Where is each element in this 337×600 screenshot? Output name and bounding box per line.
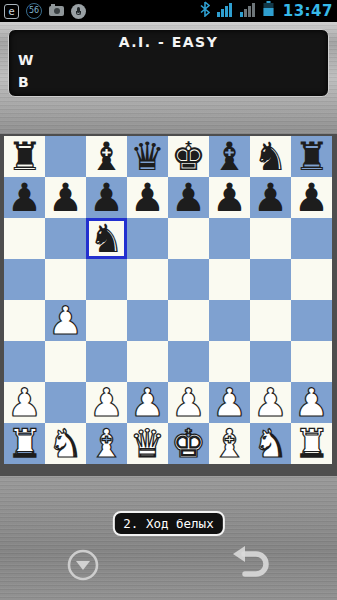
square-a7[interactable]: ♟ xyxy=(4,177,45,218)
black-p-piece: ♟ xyxy=(294,175,329,220)
white-b-piece: ♝ xyxy=(212,421,247,466)
white-moves-label: W xyxy=(18,52,33,68)
square-d7[interactable]: ♟ xyxy=(127,177,168,218)
square-f2[interactable]: ♟ xyxy=(209,382,250,423)
square-d6[interactable] xyxy=(127,218,168,259)
square-d1[interactable]: ♛ xyxy=(127,423,168,464)
square-f5[interactable] xyxy=(209,259,250,300)
white-p-piece: ♟ xyxy=(171,380,206,425)
black-b-piece: ♝ xyxy=(212,134,247,179)
square-c1[interactable]: ♝ xyxy=(86,423,127,464)
square-d5[interactable] xyxy=(127,259,168,300)
square-d2[interactable]: ♟ xyxy=(127,382,168,423)
square-a3[interactable] xyxy=(4,341,45,382)
black-p-piece: ♟ xyxy=(212,175,247,220)
e-app-icon: e xyxy=(4,4,19,19)
microphone-icon xyxy=(71,4,86,19)
black-r-piece: ♜ xyxy=(294,134,329,179)
square-b2[interactable] xyxy=(45,382,86,423)
square-c2[interactable]: ♟ xyxy=(86,382,127,423)
black-moves-label: B xyxy=(18,74,29,90)
square-g2[interactable]: ♟ xyxy=(250,382,291,423)
camera-icon xyxy=(49,6,64,16)
square-h7[interactable]: ♟ xyxy=(291,177,332,218)
square-d3[interactable] xyxy=(127,341,168,382)
square-e7[interactable]: ♟ xyxy=(168,177,209,218)
square-a4[interactable] xyxy=(4,300,45,341)
clock-text: 13:47 xyxy=(283,2,333,20)
signal-bars-icon xyxy=(217,2,233,21)
square-g3[interactable] xyxy=(250,341,291,382)
black-r-piece: ♜ xyxy=(7,134,42,179)
white-k-piece: ♚ xyxy=(171,421,206,466)
square-b8[interactable] xyxy=(45,136,86,177)
square-a8[interactable]: ♜ xyxy=(4,136,45,177)
board-frame: ♜♝♛♚♝♞♜♟♟♟♟♟♟♟♟♞♟♟♟♟♟♟♟♟♜♞♝♛♚♝♞♜ xyxy=(0,134,337,476)
square-f7[interactable]: ♟ xyxy=(209,177,250,218)
status-bar: e 56 xyxy=(0,0,337,22)
white-p-piece: ♟ xyxy=(294,380,329,425)
square-e6[interactable] xyxy=(168,218,209,259)
square-e3[interactable] xyxy=(168,341,209,382)
square-b1[interactable]: ♞ xyxy=(45,423,86,464)
app-screen: e 56 xyxy=(0,0,337,600)
square-f6[interactable] xyxy=(209,218,250,259)
game-info-panel: A.I. - EASY W B xyxy=(8,29,329,97)
square-b4[interactable]: ♟ xyxy=(45,300,86,341)
ai-level-title: A.I. - EASY xyxy=(9,34,328,50)
square-d4[interactable] xyxy=(127,300,168,341)
move-status-badge: 2. Ход белых xyxy=(112,511,224,536)
black-p-piece: ♟ xyxy=(48,175,83,220)
square-b7[interactable]: ♟ xyxy=(45,177,86,218)
square-g4[interactable] xyxy=(250,300,291,341)
white-r-piece: ♜ xyxy=(7,421,42,466)
square-b6[interactable] xyxy=(45,218,86,259)
white-p-piece: ♟ xyxy=(89,380,124,425)
square-f8[interactable]: ♝ xyxy=(209,136,250,177)
square-f3[interactable] xyxy=(209,341,250,382)
bluetooth-icon xyxy=(200,1,210,21)
white-p-piece: ♟ xyxy=(130,380,165,425)
undo-button[interactable] xyxy=(230,545,272,583)
white-p-piece: ♟ xyxy=(48,298,83,343)
square-d8[interactable]: ♛ xyxy=(127,136,168,177)
square-c3[interactable] xyxy=(86,341,127,382)
black-n-piece: ♞ xyxy=(89,216,124,261)
square-a5[interactable] xyxy=(4,259,45,300)
square-g1[interactable]: ♞ xyxy=(250,423,291,464)
white-q-piece: ♛ xyxy=(130,421,165,466)
square-e5[interactable] xyxy=(168,259,209,300)
square-h3[interactable] xyxy=(291,341,332,382)
black-p-piece: ♟ xyxy=(7,175,42,220)
black-n-piece: ♞ xyxy=(253,134,288,179)
square-f4[interactable] xyxy=(209,300,250,341)
status-icons-left: e 56 xyxy=(4,3,86,19)
square-b3[interactable] xyxy=(45,341,86,382)
white-r-piece: ♜ xyxy=(294,421,329,466)
square-c8[interactable]: ♝ xyxy=(86,136,127,177)
status-icons-right: 13:47 xyxy=(200,1,333,21)
white-p-piece: ♟ xyxy=(253,380,288,425)
square-e1[interactable]: ♚ xyxy=(168,423,209,464)
square-a6[interactable] xyxy=(4,218,45,259)
square-c5[interactable] xyxy=(86,259,127,300)
square-h8[interactable]: ♜ xyxy=(291,136,332,177)
black-b-piece: ♝ xyxy=(89,134,124,179)
black-p-piece: ♟ xyxy=(171,175,206,220)
square-h1[interactable]: ♜ xyxy=(291,423,332,464)
square-a2[interactable]: ♟ xyxy=(4,382,45,423)
square-f1[interactable]: ♝ xyxy=(209,423,250,464)
square-g6[interactable] xyxy=(250,218,291,259)
square-e4[interactable] xyxy=(168,300,209,341)
white-p-piece: ♟ xyxy=(212,380,247,425)
square-c7[interactable]: ♟ xyxy=(86,177,127,218)
white-b-piece: ♝ xyxy=(89,421,124,466)
square-e8[interactable]: ♚ xyxy=(168,136,209,177)
square-g7[interactable]: ♟ xyxy=(250,177,291,218)
square-h5[interactable] xyxy=(291,259,332,300)
square-b5[interactable] xyxy=(45,259,86,300)
square-h4[interactable] xyxy=(291,300,332,341)
black-p-piece: ♟ xyxy=(130,175,165,220)
square-c6[interactable]: ♞ xyxy=(86,218,127,259)
square-g5[interactable] xyxy=(250,259,291,300)
chess-board[interactable]: ♜♝♛♚♝♞♜♟♟♟♟♟♟♟♟♞♟♟♟♟♟♟♟♟♜♞♝♛♚♝♞♜ xyxy=(4,136,332,464)
square-e2[interactable]: ♟ xyxy=(168,382,209,423)
white-n-piece: ♞ xyxy=(48,421,83,466)
square-h2[interactable]: ♟ xyxy=(291,382,332,423)
signal-bars-2-icon xyxy=(240,2,256,21)
black-p-piece: ♟ xyxy=(89,175,124,220)
square-a1[interactable]: ♜ xyxy=(4,423,45,464)
black-q-piece: ♛ xyxy=(130,134,165,179)
square-c4[interactable] xyxy=(86,300,127,341)
scroll-down-button[interactable] xyxy=(64,546,102,584)
square-g8[interactable]: ♞ xyxy=(250,136,291,177)
circle-56-icon: 56 xyxy=(26,3,42,19)
white-p-piece: ♟ xyxy=(7,380,42,425)
black-p-piece: ♟ xyxy=(253,175,288,220)
black-k-piece: ♚ xyxy=(171,134,206,179)
white-n-piece: ♞ xyxy=(253,421,288,466)
square-h6[interactable] xyxy=(291,218,332,259)
battery-icon xyxy=(263,1,274,21)
